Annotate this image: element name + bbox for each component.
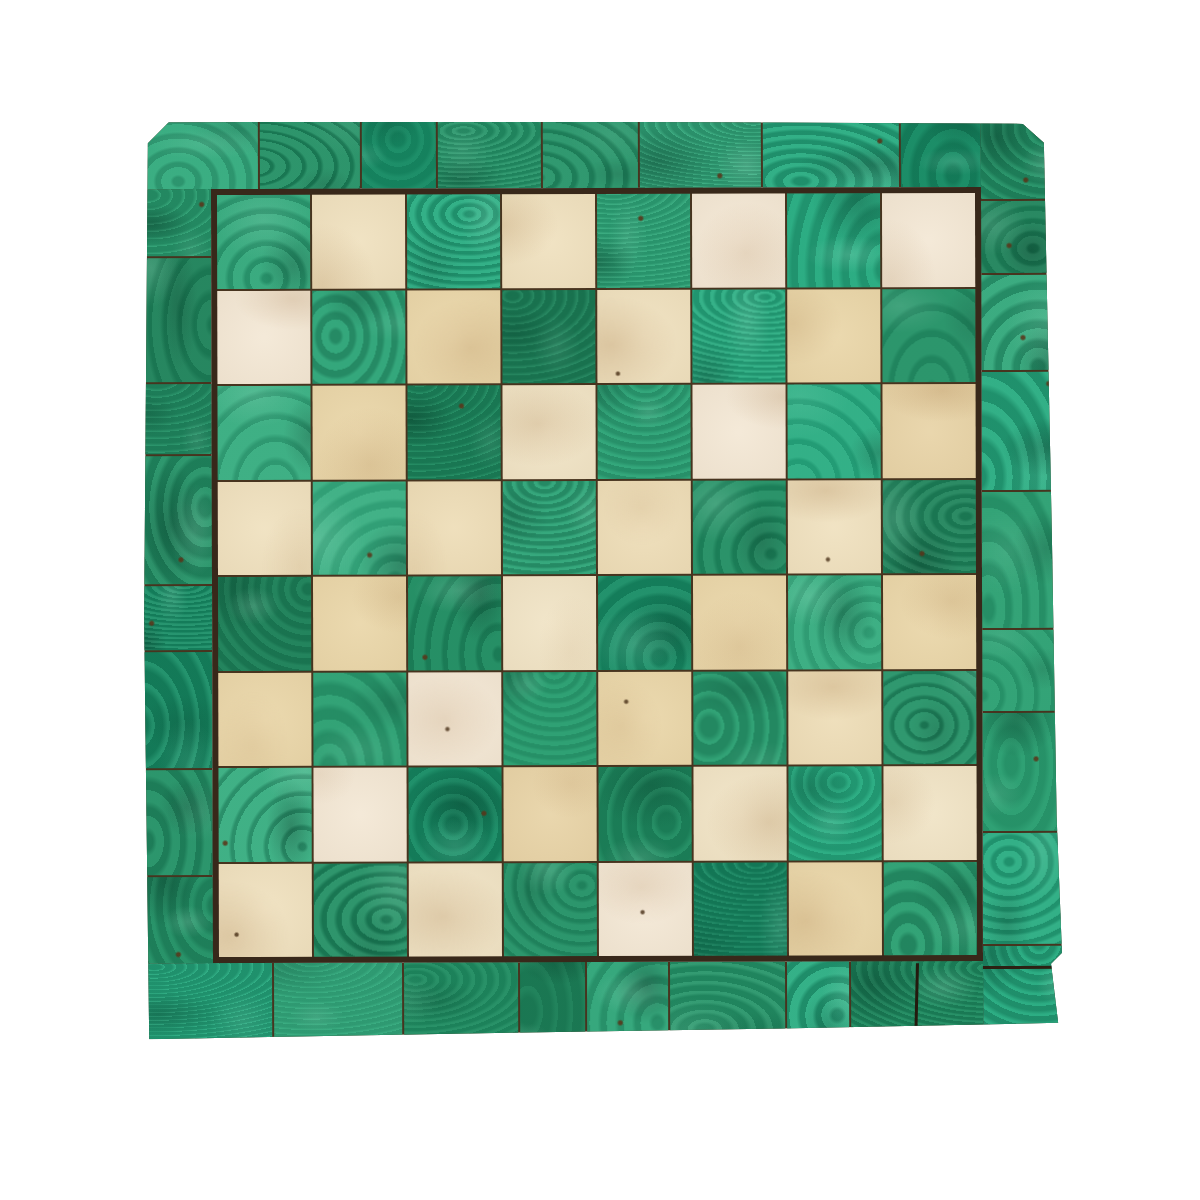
board-border-right xyxy=(981,117,1063,1039)
square-h6[interactable] xyxy=(882,384,975,478)
malachite-border-tile xyxy=(587,962,669,1040)
square-d3[interactable] xyxy=(503,672,596,766)
malachite-border-tile xyxy=(542,118,638,188)
square-c8[interactable] xyxy=(407,194,500,288)
square-a2[interactable] xyxy=(218,768,311,862)
square-f8[interactable] xyxy=(692,194,785,288)
malachite-border-tile xyxy=(981,117,1061,199)
square-f7[interactable] xyxy=(692,289,785,383)
square-f4[interactable] xyxy=(693,576,786,670)
square-b7[interactable] xyxy=(312,290,405,384)
board-border-bottom xyxy=(141,961,983,1041)
square-b3[interactable] xyxy=(313,672,406,766)
malachite-border-tile xyxy=(274,963,402,1041)
square-d8[interactable] xyxy=(502,194,595,288)
square-e6[interactable] xyxy=(597,385,690,479)
malachite-border-tile xyxy=(982,713,1062,831)
malachite-border-tile xyxy=(763,117,899,187)
square-g8[interactable] xyxy=(787,193,880,287)
square-e7[interactable] xyxy=(597,289,690,383)
square-f1[interactable] xyxy=(694,862,787,956)
square-b1[interactable] xyxy=(314,863,407,957)
square-d6[interactable] xyxy=(502,385,595,479)
square-b2[interactable] xyxy=(313,768,406,862)
square-e8[interactable] xyxy=(597,194,690,288)
malachite-border-tile xyxy=(139,258,211,382)
malachite-border-tile xyxy=(640,118,761,188)
board-border-left xyxy=(139,189,213,963)
square-f3[interactable] xyxy=(693,671,786,765)
malachite-border-tile xyxy=(139,119,258,189)
chess-board xyxy=(139,117,1063,1041)
square-b6[interactable] xyxy=(312,386,405,480)
square-b5[interactable] xyxy=(313,481,406,575)
square-e4[interactable] xyxy=(598,576,691,670)
square-g1[interactable] xyxy=(789,862,882,956)
malachite-border-tile xyxy=(140,770,212,875)
square-d2[interactable] xyxy=(503,767,596,861)
square-c4[interactable] xyxy=(408,576,501,670)
malachite-border-tile xyxy=(140,652,212,768)
square-h1[interactable] xyxy=(884,862,977,956)
square-e5[interactable] xyxy=(598,480,691,574)
square-e3[interactable] xyxy=(598,671,691,765)
field-inlay-line xyxy=(211,187,983,963)
malachite-border-tile xyxy=(983,832,1063,944)
malachite-border-tile xyxy=(139,189,211,256)
square-b8[interactable] xyxy=(312,195,405,289)
corner-tile-seam xyxy=(983,966,1061,969)
malachite-border-tile xyxy=(404,962,518,1040)
square-e1[interactable] xyxy=(599,862,692,956)
square-a6[interactable] xyxy=(217,386,310,480)
square-c6[interactable] xyxy=(407,385,500,479)
square-g7[interactable] xyxy=(787,289,880,383)
square-d5[interactable] xyxy=(503,481,596,575)
malachite-border-tile xyxy=(140,586,212,650)
square-a3[interactable] xyxy=(218,672,311,766)
square-g3[interactable] xyxy=(788,671,881,765)
square-c1[interactable] xyxy=(409,863,502,957)
square-f6[interactable] xyxy=(692,385,785,479)
square-c3[interactable] xyxy=(408,672,501,766)
malachite-border-tile xyxy=(982,630,1062,711)
board-border-top xyxy=(139,117,981,189)
square-a1[interactable] xyxy=(219,863,312,957)
square-g6[interactable] xyxy=(787,384,880,478)
square-d1[interactable] xyxy=(504,863,597,957)
square-e2[interactable] xyxy=(598,767,691,861)
square-c5[interactable] xyxy=(408,481,501,575)
square-f2[interactable] xyxy=(693,767,786,861)
square-d7[interactable] xyxy=(502,290,595,384)
malachite-border-tile xyxy=(901,117,981,187)
square-a7[interactable] xyxy=(217,290,310,384)
malachite-border-tile xyxy=(437,118,540,188)
square-h8[interactable] xyxy=(882,193,975,287)
square-g5[interactable] xyxy=(788,480,881,574)
square-h7[interactable] xyxy=(882,289,975,383)
square-b4[interactable] xyxy=(313,577,406,671)
square-g4[interactable] xyxy=(788,575,881,669)
square-g2[interactable] xyxy=(788,766,881,860)
square-h5[interactable] xyxy=(883,480,976,574)
playing-field xyxy=(217,193,977,957)
square-h3[interactable] xyxy=(883,671,976,765)
square-d4[interactable] xyxy=(503,576,596,670)
malachite-border-tile xyxy=(139,384,211,454)
square-a8[interactable] xyxy=(217,195,310,289)
square-c2[interactable] xyxy=(408,767,501,861)
malachite-border-tile xyxy=(520,962,585,1040)
malachite-border-tile xyxy=(260,119,360,189)
photo-background xyxy=(0,0,1200,1200)
malachite-border-tile xyxy=(981,275,1061,370)
square-h2[interactable] xyxy=(883,766,976,860)
malachite-border-tile xyxy=(787,961,849,1039)
malachite-border-tile xyxy=(982,491,1062,628)
malachite-border-tile xyxy=(981,200,1061,273)
square-c7[interactable] xyxy=(407,290,500,384)
square-a4[interactable] xyxy=(218,577,311,671)
malachite-border-tile xyxy=(362,118,436,188)
malachite-border-tile xyxy=(141,963,272,1041)
square-a5[interactable] xyxy=(218,481,311,575)
malachite-border-tile xyxy=(981,372,1061,490)
malachite-border-tile xyxy=(140,456,212,584)
malachite-border-tile xyxy=(983,946,1063,1039)
square-f5[interactable] xyxy=(693,480,786,574)
square-h4[interactable] xyxy=(883,575,976,669)
malachite-border-tile xyxy=(670,962,785,1040)
malachite-border-tile xyxy=(141,877,213,963)
